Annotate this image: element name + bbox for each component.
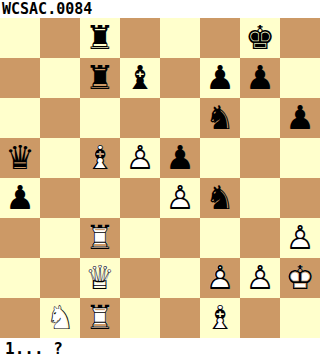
white-queen-c2[interactable]: ♕ (85, 259, 115, 297)
square-b1[interactable]: ♘ (40, 298, 80, 338)
square-g1[interactable] (240, 298, 280, 338)
square-h8[interactable] (280, 18, 320, 58)
square-f1[interactable]: ♗ (200, 298, 240, 338)
white-pawn-e4[interactable]: ♙ (165, 179, 195, 217)
square-c1[interactable]: ♖ (80, 298, 120, 338)
square-h5[interactable] (280, 138, 320, 178)
white-knight-b1[interactable]: ♘ (45, 299, 75, 337)
square-c5[interactable]: ♗ (80, 138, 120, 178)
square-a5[interactable]: ♛ (0, 138, 40, 178)
square-e7[interactable] (160, 58, 200, 98)
square-c7[interactable]: ♜ (80, 58, 120, 98)
square-h3[interactable]: ♙ (280, 218, 320, 258)
square-h7[interactable] (280, 58, 320, 98)
square-b3[interactable] (40, 218, 80, 258)
square-d5[interactable]: ♙ (120, 138, 160, 178)
square-a2[interactable] (0, 258, 40, 298)
square-g7[interactable]: ♟ (240, 58, 280, 98)
white-pawn-f2[interactable]: ♙ (205, 259, 235, 297)
square-e2[interactable] (160, 258, 200, 298)
black-pawn-f7[interactable]: ♟ (205, 59, 235, 97)
square-b8[interactable] (40, 18, 80, 58)
square-g4[interactable] (240, 178, 280, 218)
black-pawn-a4[interactable]: ♟ (5, 179, 35, 217)
square-e4[interactable]: ♙ (160, 178, 200, 218)
square-f2[interactable]: ♙ (200, 258, 240, 298)
square-f7[interactable]: ♟ (200, 58, 240, 98)
black-knight-f4[interactable]: ♞ (205, 179, 235, 217)
black-rook-c8[interactable]: ♜ (85, 19, 115, 57)
square-b4[interactable] (40, 178, 80, 218)
square-b7[interactable] (40, 58, 80, 98)
square-a8[interactable] (0, 18, 40, 58)
black-knight-f6[interactable]: ♞ (205, 99, 235, 137)
white-pawn-h3[interactable]: ♙ (285, 219, 315, 257)
square-b6[interactable] (40, 98, 80, 138)
black-rook-c7[interactable]: ♜ (85, 59, 115, 97)
square-h6[interactable]: ♟ (280, 98, 320, 138)
square-g6[interactable] (240, 98, 280, 138)
square-g3[interactable] (240, 218, 280, 258)
square-g8[interactable]: ♚ (240, 18, 280, 58)
square-h2[interactable]: ♔ (280, 258, 320, 298)
square-a3[interactable] (0, 218, 40, 258)
square-a1[interactable] (0, 298, 40, 338)
square-f8[interactable] (200, 18, 240, 58)
square-h4[interactable] (280, 178, 320, 218)
square-e5[interactable]: ♟ (160, 138, 200, 178)
puzzle-id: WCSAC.0084 (0, 0, 320, 18)
square-d6[interactable] (120, 98, 160, 138)
white-rook-c3[interactable]: ♖ (85, 219, 115, 257)
square-e1[interactable] (160, 298, 200, 338)
square-g2[interactable]: ♙ (240, 258, 280, 298)
white-rook-c1[interactable]: ♖ (85, 299, 115, 337)
square-d2[interactable] (120, 258, 160, 298)
square-f5[interactable] (200, 138, 240, 178)
black-queen-a5[interactable]: ♛ (5, 139, 35, 177)
white-pawn-d5[interactable]: ♙ (125, 139, 155, 177)
square-c6[interactable] (80, 98, 120, 138)
black-pawn-g7[interactable]: ♟ (245, 59, 275, 97)
square-g5[interactable] (240, 138, 280, 178)
move-prompt: 1... ? (0, 338, 320, 360)
white-bishop-f1[interactable]: ♗ (205, 299, 235, 337)
black-king-g8[interactable]: ♚ (245, 19, 275, 57)
white-bishop-c5[interactable]: ♗ (85, 139, 115, 177)
black-bishop-d7[interactable]: ♝ (125, 59, 155, 97)
square-e6[interactable] (160, 98, 200, 138)
square-f3[interactable] (200, 218, 240, 258)
chess-board: ♜♚♜♝♟♟♞♟♛♗♙♟♟♙♞♖♙♕♙♙♔♘♖♗ (0, 18, 320, 338)
square-d1[interactable] (120, 298, 160, 338)
white-king-h2[interactable]: ♔ (285, 259, 315, 297)
square-f6[interactable]: ♞ (200, 98, 240, 138)
square-c4[interactable] (80, 178, 120, 218)
square-d3[interactable] (120, 218, 160, 258)
square-d4[interactable] (120, 178, 160, 218)
square-c2[interactable]: ♕ (80, 258, 120, 298)
square-c8[interactable]: ♜ (80, 18, 120, 58)
black-pawn-h6[interactable]: ♟ (285, 99, 315, 137)
white-pawn-g2[interactable]: ♙ (245, 259, 275, 297)
square-a7[interactable] (0, 58, 40, 98)
square-d7[interactable]: ♝ (120, 58, 160, 98)
square-e3[interactable] (160, 218, 200, 258)
square-h1[interactable] (280, 298, 320, 338)
black-pawn-e5[interactable]: ♟ (165, 139, 195, 177)
square-c3[interactable]: ♖ (80, 218, 120, 258)
square-b5[interactable] (40, 138, 80, 178)
square-f4[interactable]: ♞ (200, 178, 240, 218)
square-d8[interactable] (120, 18, 160, 58)
square-e8[interactable] (160, 18, 200, 58)
square-a4[interactable]: ♟ (0, 178, 40, 218)
square-b2[interactable] (40, 258, 80, 298)
square-a6[interactable] (0, 98, 40, 138)
